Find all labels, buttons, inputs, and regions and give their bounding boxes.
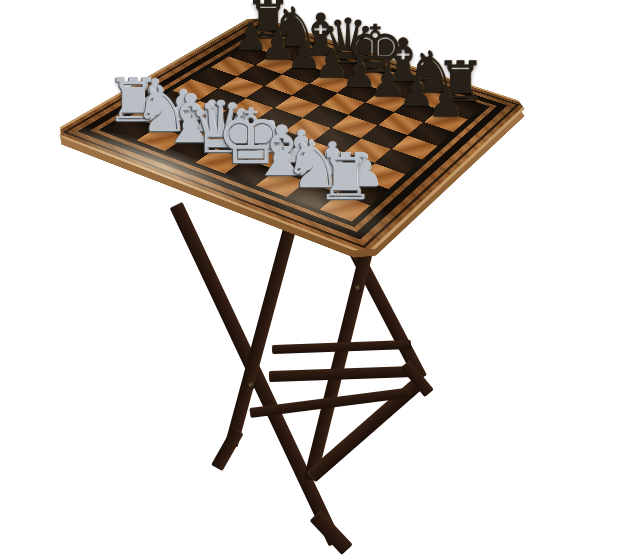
table-foot-front [211, 427, 244, 471]
piece-black-pawn[interactable]: ♟ [427, 81, 464, 122]
piece-white-rook[interactable]: ♜ [316, 145, 374, 210]
table-foot-left [310, 510, 353, 554]
leg-pivot-bolt [355, 285, 362, 292]
table-stretcher-side [269, 366, 415, 382]
leg-pivot-bolt [248, 382, 255, 389]
product-photo-scene: ♜♞♝♛♚♝♞♜♟♟♟♟♟♟♟♟♟♟♟♟♟♟♟♟♜♞♝♛♚♝♞♜ [0, 0, 631, 560]
